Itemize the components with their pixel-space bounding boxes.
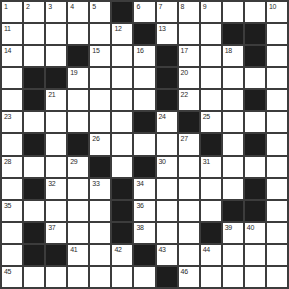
block-cell-r11c2 xyxy=(24,223,44,243)
block-cell-r10c11 xyxy=(223,201,243,221)
letter-cell-r5c13[interactable] xyxy=(267,90,287,110)
clue-number-11: 11 xyxy=(4,24,11,33)
block-cell-r12c3 xyxy=(46,245,66,265)
letter-cell-r11c9[interactable] xyxy=(179,223,199,243)
block-cell-r10c6 xyxy=(112,201,132,221)
clue-number-4: 4 xyxy=(70,2,74,11)
block-cell-r4c8 xyxy=(157,68,177,88)
letter-cell-r1c1[interactable]: 1 xyxy=(2,2,22,22)
letter-cell-r7c3[interactable] xyxy=(46,134,66,154)
letter-cell-r9c5[interactable]: 33 xyxy=(90,179,110,199)
clue-number-41: 41 xyxy=(70,245,77,254)
letter-cell-r7c5[interactable]: 26 xyxy=(90,134,110,154)
letter-cell-r4c7[interactable] xyxy=(134,68,154,88)
letter-cell-r6c12[interactable] xyxy=(245,112,265,132)
clue-number-20: 20 xyxy=(181,68,188,77)
letter-cell-r1c5[interactable]: 5 xyxy=(90,2,110,22)
clue-number-28: 28 xyxy=(4,157,11,166)
letter-cell-r3c9[interactable]: 17 xyxy=(179,46,199,66)
letter-cell-r11c3[interactable]: 37 xyxy=(46,223,66,243)
letter-cell-r10c3[interactable] xyxy=(46,201,66,221)
clue-number-13: 13 xyxy=(159,24,166,33)
letter-cell-r8c11[interactable] xyxy=(223,157,243,177)
block-cell-r11c10 xyxy=(201,223,221,243)
letter-cell-r11c4[interactable] xyxy=(68,223,88,243)
letter-cell-r4c10[interactable] xyxy=(201,68,221,88)
block-cell-r6c9 xyxy=(179,112,199,132)
letter-cell-r6c6[interactable] xyxy=(112,112,132,132)
letter-cell-r8c8[interactable]: 30 xyxy=(157,157,177,177)
block-cell-r9c2 xyxy=(24,179,44,199)
letter-cell-r13c9[interactable]: 46 xyxy=(179,267,199,287)
letter-cell-r7c13[interactable] xyxy=(267,134,287,154)
block-cell-r13c8 xyxy=(157,267,177,287)
letter-cell-r12c5[interactable] xyxy=(90,245,110,265)
letter-cell-r5c10[interactable] xyxy=(201,90,221,110)
clue-number-30: 30 xyxy=(159,157,166,166)
block-cell-r7c12 xyxy=(245,134,265,154)
clue-number-38: 38 xyxy=(136,223,143,232)
letter-cell-r11c7[interactable]: 38 xyxy=(134,223,154,243)
letter-cell-r7c6[interactable] xyxy=(112,134,132,154)
block-cell-r2c12 xyxy=(245,24,265,44)
letter-cell-r5c1[interactable] xyxy=(2,90,22,110)
letter-cell-r12c9[interactable] xyxy=(179,245,199,265)
letter-cell-r4c5[interactable] xyxy=(90,68,110,88)
letter-cell-r13c2[interactable] xyxy=(24,267,44,287)
letter-cell-r1c10[interactable]: 9 xyxy=(201,2,221,22)
letter-cell-r12c4[interactable]: 41 xyxy=(68,245,88,265)
letter-cell-r9c10[interactable] xyxy=(201,179,221,199)
clue-number-24: 24 xyxy=(159,112,166,121)
clue-number-31: 31 xyxy=(203,157,210,166)
block-cell-r12c2 xyxy=(24,245,44,265)
letter-cell-r6c11[interactable] xyxy=(223,112,243,132)
letter-cell-r8c3[interactable] xyxy=(46,157,66,177)
letter-cell-r7c7[interactable] xyxy=(134,134,154,154)
block-cell-r9c12 xyxy=(245,179,265,199)
letter-cell-r10c10[interactable] xyxy=(201,201,221,221)
letter-cell-r3c7[interactable]: 16 xyxy=(134,46,154,66)
letter-cell-r5c4[interactable] xyxy=(68,90,88,110)
block-cell-r7c10 xyxy=(201,134,221,154)
block-cell-r9c6 xyxy=(112,179,132,199)
clue-number-5: 5 xyxy=(92,2,96,11)
clue-number-40: 40 xyxy=(247,223,254,232)
clue-number-16: 16 xyxy=(136,46,143,55)
clue-number-33: 33 xyxy=(92,179,99,188)
letter-cell-r12c10[interactable]: 44 xyxy=(201,245,221,265)
clue-number-23: 23 xyxy=(4,112,11,121)
letter-cell-r1c3[interactable]: 3 xyxy=(46,2,66,22)
block-cell-r5c8 xyxy=(157,90,177,110)
letter-cell-r7c9[interactable]: 27 xyxy=(179,134,199,154)
letter-cell-r4c6[interactable] xyxy=(112,68,132,88)
block-cell-r11c6 xyxy=(112,223,132,243)
letter-cell-r11c5[interactable] xyxy=(90,223,110,243)
clue-number-1: 1 xyxy=(4,2,8,11)
clue-number-29: 29 xyxy=(70,157,77,166)
letter-cell-r7c11[interactable] xyxy=(223,134,243,154)
letter-cell-r9c9[interactable] xyxy=(179,179,199,199)
letter-cell-r13c6[interactable] xyxy=(112,267,132,287)
clue-number-15: 15 xyxy=(92,46,99,55)
letter-cell-r6c1[interactable]: 23 xyxy=(2,112,22,132)
letter-cell-r4c9[interactable]: 20 xyxy=(179,68,199,88)
letter-cell-r3c3[interactable] xyxy=(46,46,66,66)
letter-cell-r2c13[interactable] xyxy=(267,24,287,44)
letter-cell-r8c12[interactable] xyxy=(245,157,265,177)
letter-cell-r11c11[interactable]: 39 xyxy=(223,223,243,243)
clue-number-2: 2 xyxy=(26,2,30,11)
letter-cell-r11c8[interactable] xyxy=(157,223,177,243)
clue-number-8: 8 xyxy=(181,2,185,11)
block-cell-r5c2 xyxy=(24,90,44,110)
letter-cell-r10c7[interactable]: 36 xyxy=(134,201,154,221)
letter-cell-r1c7[interactable]: 6 xyxy=(134,2,154,22)
letter-cell-r12c1[interactable] xyxy=(2,245,22,265)
letter-cell-r6c2[interactable] xyxy=(24,112,44,132)
clue-number-36: 36 xyxy=(136,201,143,210)
letter-cell-r8c10[interactable]: 31 xyxy=(201,157,221,177)
letter-cell-r13c5[interactable] xyxy=(90,267,110,287)
clue-number-22: 22 xyxy=(181,90,188,99)
letter-cell-r3c1[interactable]: 14 xyxy=(2,46,22,66)
letter-cell-r4c12[interactable] xyxy=(245,68,265,88)
letter-cell-r2c8[interactable]: 13 xyxy=(157,24,177,44)
letter-cell-r7c1[interactable] xyxy=(2,134,22,154)
letter-cell-r7c8[interactable] xyxy=(157,134,177,154)
letter-cell-r13c10[interactable] xyxy=(201,267,221,287)
clue-number-25: 25 xyxy=(203,112,210,121)
letter-cell-r9c7[interactable]: 34 xyxy=(134,179,154,199)
clue-number-12: 12 xyxy=(114,24,121,33)
letter-cell-r6c4[interactable] xyxy=(68,112,88,132)
letter-cell-r6c10[interactable]: 25 xyxy=(201,112,221,132)
letter-cell-r1c11[interactable] xyxy=(223,2,243,22)
letter-cell-r8c1[interactable]: 28 xyxy=(2,157,22,177)
clue-number-39: 39 xyxy=(225,223,232,232)
letter-cell-r9c11[interactable] xyxy=(223,179,243,199)
letter-cell-r13c13[interactable] xyxy=(267,267,287,287)
letter-cell-r4c13[interactable] xyxy=(267,68,287,88)
letter-cell-r9c8[interactable] xyxy=(157,179,177,199)
letter-cell-r5c11[interactable] xyxy=(223,90,243,110)
clue-number-42: 42 xyxy=(114,245,121,254)
clue-number-10: 10 xyxy=(269,2,276,11)
clue-number-34: 34 xyxy=(136,179,143,188)
clue-number-27: 27 xyxy=(181,134,188,143)
block-cell-r8c5 xyxy=(90,157,110,177)
letter-cell-r12c12[interactable] xyxy=(245,245,265,265)
clue-number-3: 3 xyxy=(48,2,52,11)
letter-cell-r5c3[interactable]: 21 xyxy=(46,90,66,110)
block-cell-r7c2 xyxy=(24,134,44,154)
letter-cell-r11c13[interactable] xyxy=(267,223,287,243)
block-cell-r3c4 xyxy=(68,46,88,66)
letter-cell-r13c11[interactable] xyxy=(223,267,243,287)
letter-cell-r12c6[interactable]: 42 xyxy=(112,245,132,265)
letter-cell-r4c1[interactable] xyxy=(2,68,22,88)
letter-cell-r12c13[interactable] xyxy=(267,245,287,265)
letter-cell-r1c12[interactable] xyxy=(245,2,265,22)
letter-cell-r12c8[interactable]: 43 xyxy=(157,245,177,265)
letter-cell-r1c9[interactable]: 8 xyxy=(179,2,199,22)
letter-cell-r8c6[interactable] xyxy=(112,157,132,177)
letter-cell-r2c3[interactable] xyxy=(46,24,66,44)
letter-cell-r4c11[interactable] xyxy=(223,68,243,88)
letter-cell-r12c11[interactable] xyxy=(223,245,243,265)
clue-number-46: 46 xyxy=(181,267,188,276)
clue-number-43: 43 xyxy=(159,245,166,254)
block-cell-r4c2 xyxy=(24,68,44,88)
clue-number-18: 18 xyxy=(225,46,232,55)
letter-cell-r5c7[interactable] xyxy=(134,90,154,110)
clue-number-9: 9 xyxy=(203,2,207,11)
clue-number-26: 26 xyxy=(92,134,99,143)
letter-cell-r1c4[interactable]: 4 xyxy=(68,2,88,22)
letter-cell-r8c9[interactable] xyxy=(179,157,199,177)
clue-number-6: 6 xyxy=(136,2,140,11)
letter-cell-r2c5[interactable] xyxy=(90,24,110,44)
letter-cell-r3c2[interactable] xyxy=(24,46,44,66)
letter-cell-r10c9[interactable] xyxy=(179,201,199,221)
letter-cell-r11c1[interactable] xyxy=(2,223,22,243)
clue-number-21: 21 xyxy=(48,90,55,99)
letter-cell-r6c5[interactable] xyxy=(90,112,110,132)
block-cell-r2c11 xyxy=(223,24,243,44)
letter-cell-r5c5[interactable] xyxy=(90,90,110,110)
letter-cell-r13c1[interactable]: 45 xyxy=(2,267,22,287)
letter-cell-r10c4[interactable] xyxy=(68,201,88,221)
clue-number-7: 7 xyxy=(159,2,163,11)
block-cell-r10c12 xyxy=(245,201,265,221)
clue-number-37: 37 xyxy=(48,223,55,232)
letter-cell-r6c8[interactable]: 24 xyxy=(157,112,177,132)
block-cell-r5c12 xyxy=(245,90,265,110)
clue-number-44: 44 xyxy=(203,245,210,254)
clue-number-17: 17 xyxy=(181,46,188,55)
clue-number-45: 45 xyxy=(4,267,11,276)
letter-cell-r9c1[interactable] xyxy=(2,179,22,199)
block-cell-r8c7 xyxy=(134,157,154,177)
letter-cell-r11c12[interactable]: 40 xyxy=(245,223,265,243)
letter-cell-r6c13[interactable] xyxy=(267,112,287,132)
block-cell-r7c4 xyxy=(68,134,88,154)
letter-cell-r3c6[interactable] xyxy=(112,46,132,66)
letter-cell-r8c4[interactable]: 29 xyxy=(68,157,88,177)
letter-cell-r10c13[interactable] xyxy=(267,201,287,221)
letter-cell-r6c3[interactable] xyxy=(46,112,66,132)
letter-cell-r2c1[interactable]: 11 xyxy=(2,24,22,44)
letter-cell-r3c11[interactable]: 18 xyxy=(223,46,243,66)
letter-cell-r2c2[interactable] xyxy=(24,24,44,44)
block-cell-r2c7 xyxy=(134,24,154,44)
letter-cell-r9c4[interactable] xyxy=(68,179,88,199)
block-cell-r3c8 xyxy=(157,46,177,66)
clue-number-32: 32 xyxy=(48,179,55,188)
letter-cell-r1c2[interactable]: 2 xyxy=(24,2,44,22)
crossword-grid: 1234567891011121314151617181920212223242… xyxy=(0,0,289,289)
block-cell-r3c12 xyxy=(245,46,265,66)
letter-cell-r13c12[interactable] xyxy=(245,267,265,287)
letter-cell-r5c9[interactable]: 22 xyxy=(179,90,199,110)
letter-cell-r9c3[interactable]: 32 xyxy=(46,179,66,199)
letter-cell-r3c10[interactable] xyxy=(201,46,221,66)
letter-cell-r10c8[interactable] xyxy=(157,201,177,221)
letter-cell-r13c4[interactable] xyxy=(68,267,88,287)
clue-number-14: 14 xyxy=(4,46,11,55)
block-cell-r4c3 xyxy=(46,68,66,88)
letter-cell-r10c2[interactable] xyxy=(24,201,44,221)
letter-cell-r2c9[interactable] xyxy=(179,24,199,44)
letter-cell-r2c4[interactable] xyxy=(68,24,88,44)
letter-cell-r9c13[interactable] xyxy=(267,179,287,199)
letter-cell-r4c4[interactable]: 19 xyxy=(68,68,88,88)
letter-cell-r8c13[interactable] xyxy=(267,157,287,177)
letter-cell-r5c6[interactable] xyxy=(112,90,132,110)
letter-cell-r2c6[interactable]: 12 xyxy=(112,24,132,44)
letter-cell-r10c5[interactable] xyxy=(90,201,110,221)
letter-cell-r13c7[interactable] xyxy=(134,267,154,287)
block-cell-r1c6 xyxy=(112,2,132,22)
block-cell-r12c7 xyxy=(134,245,154,265)
letter-cell-r10c1[interactable]: 35 xyxy=(2,201,22,221)
clue-number-35: 35 xyxy=(4,201,11,210)
letter-cell-r8c2[interactable] xyxy=(24,157,44,177)
clue-number-19: 19 xyxy=(70,68,77,77)
letter-cell-r3c5[interactable]: 15 xyxy=(90,46,110,66)
letter-cell-r1c8[interactable]: 7 xyxy=(157,2,177,22)
letter-cell-r2c10[interactable] xyxy=(201,24,221,44)
letter-cell-r3c13[interactable] xyxy=(267,46,287,66)
letter-cell-r1c13[interactable]: 10 xyxy=(267,2,287,22)
letter-cell-r13c3[interactable] xyxy=(46,267,66,287)
block-cell-r6c7 xyxy=(134,112,154,132)
